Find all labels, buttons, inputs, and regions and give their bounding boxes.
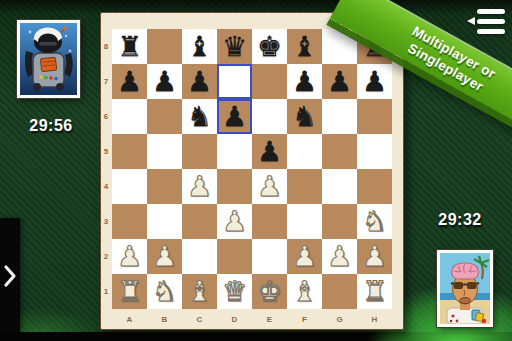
square-e7[interactable] — [252, 64, 287, 99]
square-a6[interactable] — [112, 99, 147, 134]
square-a7[interactable]: ♟ — [112, 64, 147, 99]
square-a4[interactable] — [112, 169, 147, 204]
square-e8[interactable]: ♚ — [252, 29, 287, 64]
chevron-right-icon — [3, 264, 17, 288]
square-c7[interactable]: ♟ — [182, 64, 217, 99]
rank-label-2: 2 — [100, 239, 112, 274]
square-d8[interactable]: ♛ — [217, 29, 252, 64]
square-g4[interactable] — [322, 169, 357, 204]
square-f4[interactable] — [287, 169, 322, 204]
square-f1[interactable]: ♝ — [287, 274, 322, 309]
square-f8[interactable]: ♝ — [287, 29, 322, 64]
square-b6[interactable] — [147, 99, 182, 134]
square-h2[interactable]: ♟ — [357, 239, 392, 274]
black-pawn: ♟ — [257, 134, 282, 169]
file-label-h: H — [357, 309, 392, 330]
square-c5[interactable] — [182, 134, 217, 169]
square-f7[interactable]: ♟ — [287, 64, 322, 99]
white-bishop: ♝ — [187, 274, 212, 309]
white-knight: ♞ — [152, 274, 177, 309]
black-bishop: ♝ — [187, 29, 212, 64]
square-b1[interactable]: ♞ — [147, 274, 182, 309]
rank-label-1: 1 — [100, 274, 112, 309]
white-player-clock: 29:32 — [418, 211, 502, 229]
drawer-open-tab[interactable] — [0, 218, 20, 333]
square-b4[interactable] — [147, 169, 182, 204]
square-h4[interactable] — [357, 169, 392, 204]
square-a3[interactable] — [112, 204, 147, 239]
file-label-a: A — [112, 309, 147, 330]
square-g8[interactable] — [322, 29, 357, 64]
menu-bar-icon — [477, 19, 505, 24]
square-h6[interactable] — [357, 99, 392, 134]
square-e5[interactable]: ♟ — [252, 134, 287, 169]
black-pawn: ♟ — [327, 64, 352, 99]
square-d3[interactable]: ♟ — [217, 204, 252, 239]
square-e1[interactable]: ♚ — [252, 274, 287, 309]
square-c2[interactable] — [182, 239, 217, 274]
square-b2[interactable]: ♟ — [147, 239, 182, 274]
white-queen: ♛ — [222, 274, 247, 309]
square-h5[interactable] — [357, 134, 392, 169]
square-h3[interactable]: ♞ — [357, 204, 392, 239]
square-f5[interactable] — [287, 134, 322, 169]
robot-avatar-icon — [20, 23, 77, 95]
white-pawn: ♟ — [292, 239, 317, 274]
square-d5[interactable] — [217, 134, 252, 169]
square-g2[interactable]: ♟ — [322, 239, 357, 274]
square-d1[interactable]: ♛ — [217, 274, 252, 309]
rank-label-4: 4 — [100, 169, 112, 204]
white-pawn: ♟ — [152, 239, 177, 274]
white-pawn: ♟ — [362, 239, 387, 274]
square-c6[interactable]: ♞ — [182, 99, 217, 134]
rank-label-8: 8 — [100, 29, 112, 64]
white-pawn: ♟ — [222, 204, 247, 239]
square-g7[interactable]: ♟ — [322, 64, 357, 99]
white-player-avatar[interactable] — [437, 250, 493, 327]
file-label-b: B — [147, 309, 182, 330]
square-h7[interactable]: ♟ — [357, 64, 392, 99]
rank-label-5: 5 — [100, 134, 112, 169]
square-a8[interactable]: ♜ — [112, 29, 147, 64]
brain-man-avatar-icon — [440, 253, 490, 324]
menu-bar-icon — [477, 9, 505, 14]
square-c3[interactable] — [182, 204, 217, 239]
white-bishop: ♝ — [292, 274, 317, 309]
square-c8[interactable]: ♝ — [182, 29, 217, 64]
white-knight: ♞ — [362, 204, 387, 239]
file-label-f: F — [287, 309, 322, 330]
white-pawn: ♟ — [327, 239, 352, 274]
board-grid: ♜♝♛♚♝♜♟♟♟♟♟♟♞♟♞♟♟♟♟♞♟♟♟♟♟♜♞♝♛♚♝♜ — [112, 29, 392, 309]
black-pawn: ♟ — [292, 64, 317, 99]
square-e3[interactable] — [252, 204, 287, 239]
white-pawn: ♟ — [257, 169, 282, 204]
file-label-e: E — [252, 309, 287, 330]
square-g5[interactable] — [322, 134, 357, 169]
rank-label-3: 3 — [100, 204, 112, 239]
file-labels: ABCDEFGH — [112, 309, 392, 330]
black-pawn: ♟ — [152, 64, 177, 99]
file-label-d: D — [217, 309, 252, 330]
black-queen: ♛ — [222, 29, 247, 64]
file-label-c: C — [182, 309, 217, 330]
square-b5[interactable] — [147, 134, 182, 169]
square-c4[interactable]: ♟ — [182, 169, 217, 204]
square-d7[interactable] — [217, 64, 252, 99]
black-knight: ♞ — [292, 99, 317, 134]
square-e4[interactable]: ♟ — [252, 169, 287, 204]
square-a5[interactable] — [112, 134, 147, 169]
black-king: ♚ — [257, 29, 282, 64]
white-rook: ♜ — [117, 274, 142, 309]
black-pawn: ♟ — [187, 64, 212, 99]
square-g3[interactable] — [322, 204, 357, 239]
square-f3[interactable] — [287, 204, 322, 239]
rank-label-7: 7 — [100, 64, 112, 99]
black-pawn: ♟ — [362, 64, 387, 99]
black-player-clock: 29:56 — [9, 117, 93, 135]
square-d6[interactable]: ♟ — [217, 99, 252, 134]
black-knight: ♞ — [187, 99, 212, 134]
square-a2[interactable]: ♟ — [112, 239, 147, 274]
square-a1[interactable]: ♜ — [112, 274, 147, 309]
square-f2[interactable]: ♟ — [287, 239, 322, 274]
black-pawn: ♟ — [117, 64, 142, 99]
menu-bar-icon — [477, 29, 505, 34]
square-d2[interactable] — [217, 239, 252, 274]
square-d4[interactable] — [217, 169, 252, 204]
square-b8[interactable] — [147, 29, 182, 64]
square-e2[interactable] — [252, 239, 287, 274]
file-label-g: G — [322, 309, 357, 330]
square-b7[interactable]: ♟ — [147, 64, 182, 99]
rank-label-6: 6 — [100, 99, 112, 134]
black-rook: ♜ — [117, 29, 142, 64]
square-h1[interactable]: ♜ — [357, 274, 392, 309]
square-g1[interactable] — [322, 274, 357, 309]
game-screen: 87654321 ♜♝♛♚♝♜♟♟♟♟♟♟♞♟♞♟♟♟♟♞♟♟♟♟♟♜♞♝♛♚♝… — [0, 0, 512, 341]
menu-button[interactable] — [465, 7, 507, 37]
black-bishop: ♝ — [292, 29, 317, 64]
white-rook: ♜ — [362, 274, 387, 309]
square-f6[interactable]: ♞ — [287, 99, 322, 134]
rank-labels: 87654321 — [100, 29, 112, 309]
square-c1[interactable]: ♝ — [182, 274, 217, 309]
square-b3[interactable] — [147, 204, 182, 239]
black-pawn: ♟ — [222, 99, 247, 134]
black-player-avatar[interactable] — [17, 20, 80, 98]
white-pawn: ♟ — [187, 169, 212, 204]
menu-arrow-left-icon — [467, 17, 475, 25]
white-king: ♚ — [257, 274, 282, 309]
square-e6[interactable] — [252, 99, 287, 134]
bottom-black-bar — [0, 332, 512, 341]
white-pawn: ♟ — [117, 239, 142, 274]
square-g6[interactable] — [322, 99, 357, 134]
